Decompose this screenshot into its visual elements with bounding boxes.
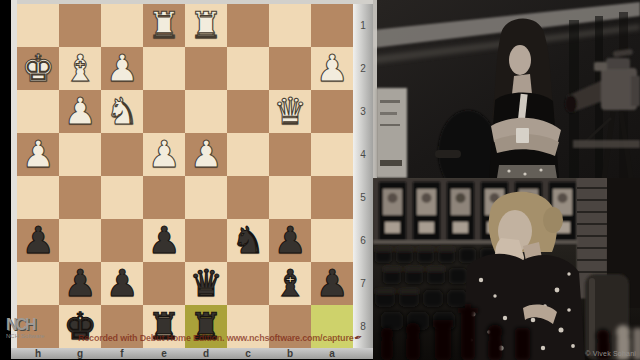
white-king-h2[interactable]: ♚	[21, 47, 54, 90]
square-c6[interactable]: ♞	[227, 219, 269, 262]
rank-label-1: 1	[353, 4, 373, 47]
file-label-g: g	[59, 348, 101, 359]
square-a1[interactable]	[311, 4, 353, 47]
white-pawn-a2[interactable]: ♟	[315, 47, 348, 90]
square-d5[interactable]	[185, 176, 227, 219]
file-label-h: h	[17, 348, 59, 359]
white-rook-d1[interactable]: ♜	[189, 4, 222, 47]
square-c5[interactable]	[227, 176, 269, 219]
square-e6[interactable]: ♟	[143, 219, 185, 262]
square-e4[interactable]: ♟	[143, 133, 185, 176]
square-b4[interactable]	[269, 133, 311, 176]
square-g1[interactable]	[59, 4, 101, 47]
square-g5[interactable]	[59, 176, 101, 219]
square-e5[interactable]	[143, 176, 185, 219]
square-d3[interactable]	[185, 90, 227, 133]
square-f7[interactable]: ♟	[101, 262, 143, 305]
square-c1[interactable]	[227, 4, 269, 47]
photo-top-art	[373, 0, 640, 178]
square-d1[interactable]: ♜	[185, 4, 227, 47]
rank-labels: 12345678	[353, 4, 373, 348]
square-d4[interactable]: ♟	[185, 133, 227, 176]
square-g4[interactable]	[59, 133, 101, 176]
white-pawn-g3[interactable]: ♟	[63, 90, 96, 133]
black-bishop-b7[interactable]: ♝	[273, 262, 306, 305]
black-knight-c6[interactable]: ♞	[231, 219, 264, 262]
square-a2[interactable]: ♟	[311, 47, 353, 90]
square-g7[interactable]: ♟	[59, 262, 101, 305]
rank-label-3: 3	[353, 90, 373, 133]
file-labels: hgfedcba	[11, 348, 373, 359]
white-pawn-f2[interactable]: ♟	[105, 47, 138, 90]
black-pawn-b6[interactable]: ♟	[273, 219, 306, 262]
square-d7[interactable]: ♛	[185, 262, 227, 305]
file-label-e: e	[143, 348, 185, 359]
file-label-a: a	[311, 348, 353, 359]
square-b3[interactable]: ♛	[269, 90, 311, 133]
screen: ♜♜♚♝♟♟♟♞♛♟♟♟♟♟♞♟♟♟♛♝♟♚♜♜ 12345678 hgfedc…	[0, 0, 640, 360]
square-c7[interactable]	[227, 262, 269, 305]
square-h3[interactable]	[17, 90, 59, 133]
square-g3[interactable]: ♟	[59, 90, 101, 133]
rank-label-4: 4	[353, 133, 373, 176]
recording-watermark: Recorded with Debut Home Edition. www.nc…	[78, 332, 368, 343]
square-c4[interactable]	[227, 133, 269, 176]
black-pawn-e6[interactable]: ♟	[147, 219, 180, 262]
square-b1[interactable]	[269, 4, 311, 47]
square-f6[interactable]	[101, 219, 143, 262]
square-e3[interactable]	[143, 90, 185, 133]
nch-logo-subtitle: NCH Software	[6, 333, 66, 340]
photo-bottom-art	[373, 178, 640, 360]
square-h1[interactable]	[17, 4, 59, 47]
file-label-f: f	[101, 348, 143, 359]
square-c2[interactable]	[227, 47, 269, 90]
square-f2[interactable]: ♟	[101, 47, 143, 90]
square-f1[interactable]	[101, 4, 143, 47]
rank-label-7: 7	[353, 262, 373, 305]
square-h6[interactable]: ♟	[17, 219, 59, 262]
square-f3[interactable]: ♞	[101, 90, 143, 133]
square-g6[interactable]	[59, 219, 101, 262]
square-h7[interactable]	[17, 262, 59, 305]
white-rook-e1[interactable]: ♜	[147, 4, 180, 47]
photo-credit: © Vivek Sohani	[585, 350, 636, 357]
nch-logo-text: NCH	[6, 317, 66, 333]
black-queen-d7[interactable]: ♛	[189, 262, 222, 305]
rank-label-2: 2	[353, 47, 373, 90]
square-g2[interactable]: ♝	[59, 47, 101, 90]
square-f5[interactable]	[101, 176, 143, 219]
photo-player-thinking: © Vivek Sohani	[373, 178, 640, 360]
square-a7[interactable]: ♟	[311, 262, 353, 305]
square-a6[interactable]	[311, 219, 353, 262]
rank-label-6: 6	[353, 219, 373, 262]
white-bishop-g2[interactable]: ♝	[63, 47, 96, 90]
file-label-b: b	[269, 348, 311, 359]
rank-label-5: 5	[353, 176, 373, 219]
white-knight-f3[interactable]: ♞	[105, 90, 138, 133]
square-a4[interactable]	[311, 133, 353, 176]
white-pawn-h4[interactable]: ♟	[21, 133, 54, 176]
file-label-c: c	[227, 348, 269, 359]
photos-panel: © Vivek Sohani	[373, 0, 640, 360]
square-h5[interactable]	[17, 176, 59, 219]
black-pawn-f7[interactable]: ♟	[105, 262, 138, 305]
nch-logo: NCH NCH Software	[6, 317, 66, 340]
black-pawn-h6[interactable]: ♟	[21, 219, 54, 262]
chess-board-panel: ♜♜♚♝♟♟♟♞♛♟♟♟♟♟♞♟♟♟♛♝♟♚♜♜ 12345678 hgfedc…	[0, 0, 373, 360]
photo-player-standing	[373, 0, 640, 178]
square-e2[interactable]	[143, 47, 185, 90]
square-d6[interactable]	[185, 219, 227, 262]
square-b6[interactable]: ♟	[269, 219, 311, 262]
square-b2[interactable]	[269, 47, 311, 90]
watermark-text: Recorded with Debut Home Edition. www.nc…	[78, 333, 354, 343]
black-pawn-g7[interactable]: ♟	[63, 262, 96, 305]
square-a3[interactable]	[311, 90, 353, 133]
square-f4[interactable]	[101, 133, 143, 176]
square-h4[interactable]: ♟	[17, 133, 59, 176]
square-b5[interactable]	[269, 176, 311, 219]
white-pawn-d4[interactable]: ♟	[189, 133, 222, 176]
square-h2[interactable]: ♚	[17, 47, 59, 90]
white-queen-b3[interactable]: ♛	[273, 90, 306, 133]
square-c3[interactable]	[227, 90, 269, 133]
square-b7[interactable]: ♝	[269, 262, 311, 305]
square-e7[interactable]	[143, 262, 185, 305]
square-a5[interactable]	[311, 176, 353, 219]
file-label-d: d	[185, 348, 227, 359]
white-pawn-e4[interactable]: ♟	[147, 133, 180, 176]
board-grid[interactable]: ♜♜♚♝♟♟♟♞♛♟♟♟♟♟♞♟♟♟♛♝♟♚♜♜	[17, 4, 353, 348]
black-pawn-a7[interactable]: ♟	[315, 262, 348, 305]
square-d2[interactable]	[185, 47, 227, 90]
square-e1[interactable]: ♜	[143, 4, 185, 47]
